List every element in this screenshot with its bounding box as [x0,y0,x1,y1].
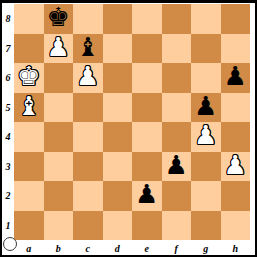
square-e4[interactable] [132,122,162,152]
square-d6[interactable] [103,63,133,93]
square-g1[interactable] [191,211,221,241]
square-c2[interactable] [73,181,103,211]
square-g3[interactable] [191,152,221,182]
square-d5[interactable] [103,93,133,123]
rank-label-5: 5 [2,93,14,123]
white-to-move-indicator [3,237,17,251]
square-a8[interactable] [14,4,44,34]
file-label-b: b [44,241,74,255]
square-b7[interactable]: ♟ [44,34,74,64]
square-e3[interactable] [132,152,162,182]
square-b5[interactable] [44,93,74,123]
square-h3[interactable]: ♟ [221,152,251,182]
rank-label-2: 2 [2,181,14,211]
square-b3[interactable] [44,152,74,182]
black-pawn: ♟ [135,180,158,210]
square-c8[interactable] [73,4,103,34]
board: ♚♟♝♚♟♟♝♟♟♟♟♟ [14,4,250,240]
rank-label-6: 6 [2,63,14,93]
white-pawn: ♟ [224,151,247,181]
square-e1[interactable] [132,211,162,241]
white-pawn: ♟ [47,33,70,63]
file-label-d: d [103,241,133,255]
square-f3[interactable]: ♟ [162,152,192,182]
square-a6[interactable]: ♚ [14,63,44,93]
square-h7[interactable] [221,34,251,64]
square-c7[interactable]: ♝ [73,34,103,64]
rank-label-3: 3 [2,152,14,182]
rank-label-8: 8 [2,4,14,34]
square-f8[interactable] [162,4,192,34]
file-label-c: c [73,241,103,255]
black-pawn: ♟ [224,62,247,92]
square-b6[interactable] [44,63,74,93]
square-f7[interactable] [162,34,192,64]
black-pawn: ♟ [165,151,188,181]
square-e2[interactable]: ♟ [132,181,162,211]
square-g5[interactable]: ♟ [191,93,221,123]
square-f6[interactable] [162,63,192,93]
square-d4[interactable] [103,122,133,152]
square-h4[interactable] [221,122,251,152]
file-label-a: a [14,241,44,255]
square-h8[interactable] [221,4,251,34]
square-f4[interactable] [162,122,192,152]
square-b2[interactable] [44,181,74,211]
square-e7[interactable] [132,34,162,64]
file-labels: abcdefgh [14,241,250,255]
square-g4[interactable]: ♟ [191,122,221,152]
file-label-g: g [191,241,221,255]
square-c3[interactable] [73,152,103,182]
square-g8[interactable] [191,4,221,34]
square-a7[interactable] [14,34,44,64]
square-a4[interactable] [14,122,44,152]
square-h5[interactable] [221,93,251,123]
square-c5[interactable] [73,93,103,123]
square-a5[interactable]: ♝ [14,93,44,123]
square-d8[interactable] [103,4,133,34]
black-king: ♚ [47,3,70,33]
square-g7[interactable] [191,34,221,64]
square-b8[interactable]: ♚ [44,4,74,34]
square-c4[interactable] [73,122,103,152]
white-pawn: ♟ [76,62,99,92]
square-h1[interactable] [221,211,251,241]
rank-label-1: 1 [2,211,14,241]
square-d3[interactable] [103,152,133,182]
square-a1[interactable] [14,211,44,241]
file-label-f: f [162,241,192,255]
rank-label-7: 7 [2,34,14,64]
chess-diagram: 87654321 ♚♟♝♚♟♟♝♟♟♟♟♟ abcdefgh [0,0,257,257]
square-e6[interactable] [132,63,162,93]
square-e8[interactable] [132,4,162,34]
white-pawn: ♟ [194,121,217,151]
square-d2[interactable] [103,181,133,211]
diagram-panel: 87654321 ♚♟♝♚♟♟♝♟♟♟♟♟ abcdefgh [2,3,255,255]
square-g6[interactable] [191,63,221,93]
square-a3[interactable] [14,152,44,182]
rank-label-4: 4 [2,122,14,152]
square-c6[interactable]: ♟ [73,63,103,93]
white-king: ♚ [17,62,40,92]
square-a2[interactable] [14,181,44,211]
square-f5[interactable] [162,93,192,123]
square-e5[interactable] [132,93,162,123]
square-c1[interactable] [73,211,103,241]
file-label-h: h [221,241,251,255]
square-f1[interactable] [162,211,192,241]
square-b4[interactable] [44,122,74,152]
white-bishop: ♝ [17,92,40,122]
black-pawn: ♟ [194,92,217,122]
square-b1[interactable] [44,211,74,241]
square-d1[interactable] [103,211,133,241]
file-label-e: e [132,241,162,255]
black-bishop: ♝ [76,33,99,63]
rank-labels: 87654321 [2,4,14,240]
square-g2[interactable] [191,181,221,211]
square-h2[interactable] [221,181,251,211]
square-d7[interactable] [103,34,133,64]
square-h6[interactable]: ♟ [221,63,251,93]
square-f2[interactable] [162,181,192,211]
